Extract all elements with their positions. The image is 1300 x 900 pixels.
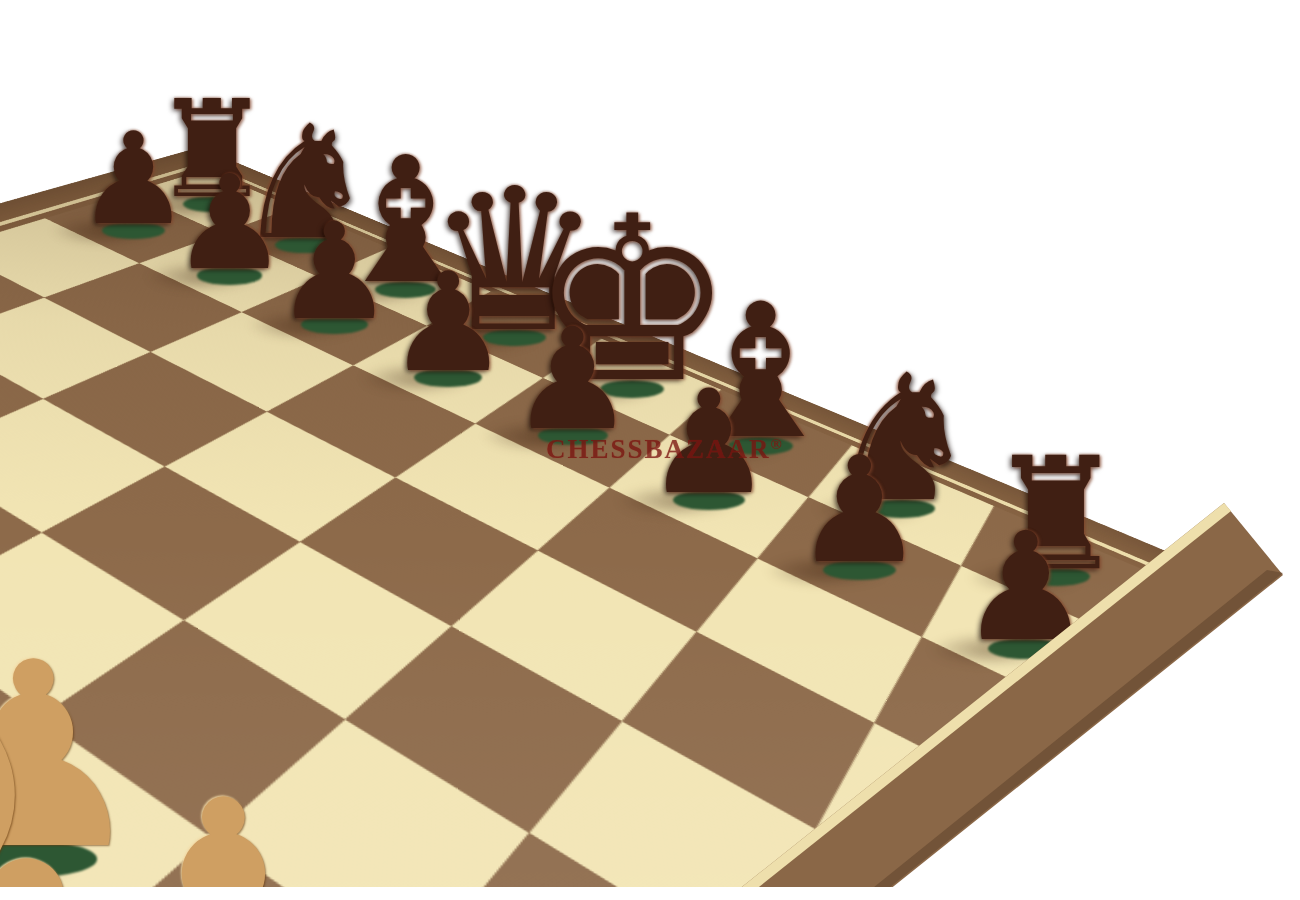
square-e7 xyxy=(475,378,669,488)
square-d5 xyxy=(165,412,396,542)
frame-inlay-line xyxy=(0,162,1175,900)
square-c6 xyxy=(150,312,353,412)
chess-set-photo: ♜♞♝♛♚♝♞♜♟♟♟♟♟♟♟♟♟♟♟♟♟♟♟♛♚♝♞ CHESSBAZAAR® xyxy=(0,0,1300,900)
square-f3 xyxy=(211,720,529,900)
square-b8 xyxy=(222,207,389,277)
square-e8 xyxy=(543,339,721,435)
board-tilt-layer xyxy=(0,145,1300,900)
square-f7 xyxy=(609,435,808,559)
square-b7 xyxy=(139,234,320,313)
square-g5 xyxy=(622,632,874,829)
square-f8 xyxy=(670,390,852,498)
chess-board xyxy=(0,147,1224,900)
square-d3 xyxy=(0,533,184,718)
square-e4 xyxy=(184,542,451,720)
square-h5 xyxy=(816,723,1076,900)
square-e1 xyxy=(0,842,37,900)
square-a8 xyxy=(130,170,293,234)
square-b5 xyxy=(0,298,150,399)
square-f6 xyxy=(538,488,758,632)
square-d7 xyxy=(353,326,543,424)
square-d2 xyxy=(0,614,40,842)
square-h4 xyxy=(742,829,1038,900)
square-c4 xyxy=(0,399,165,533)
square-c5 xyxy=(43,352,267,467)
square-g3 xyxy=(410,833,741,900)
square-h7 xyxy=(922,566,1130,725)
square-b4 xyxy=(0,338,43,455)
square-d4 xyxy=(42,467,300,621)
square-b6 xyxy=(44,263,241,352)
square-a7 xyxy=(45,193,222,264)
square-g6 xyxy=(697,558,922,723)
square-f5 xyxy=(451,551,696,722)
square-g7 xyxy=(758,497,962,637)
square-g4 xyxy=(529,721,816,900)
square-c8 xyxy=(320,248,491,326)
square-e6 xyxy=(395,424,609,551)
square-e3 xyxy=(40,620,345,837)
board-grid xyxy=(0,170,1150,900)
square-e5 xyxy=(300,478,538,627)
square-f4 xyxy=(345,626,622,833)
square-a5 xyxy=(0,248,44,338)
square-e2 xyxy=(0,718,211,900)
square-a6 xyxy=(0,218,139,297)
square-h8 xyxy=(961,506,1150,642)
square-f2 xyxy=(37,837,410,900)
square-d8 xyxy=(427,291,601,377)
square-g8 xyxy=(809,445,995,566)
square-c3 xyxy=(0,455,42,614)
square-c7 xyxy=(242,278,427,366)
square-h6 xyxy=(874,637,1105,826)
square-d6 xyxy=(267,365,475,477)
